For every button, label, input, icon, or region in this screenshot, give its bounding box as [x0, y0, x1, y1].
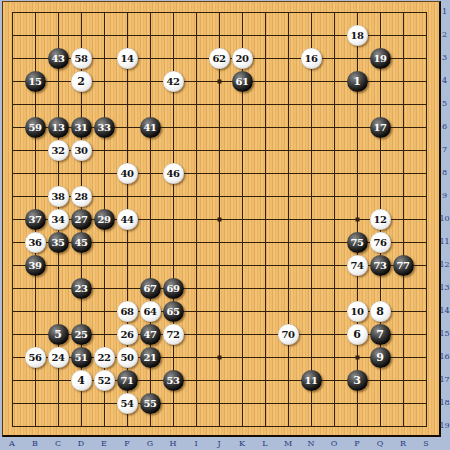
white-stone-22: 22	[94, 347, 115, 368]
column-label-R: R	[397, 438, 409, 450]
black-stone-11: 11	[301, 370, 322, 391]
white-stone-36: 36	[25, 232, 46, 253]
white-stone-54: 54	[117, 393, 138, 414]
row-label-8: 8	[439, 168, 450, 178]
black-stone-33: 33	[94, 117, 115, 138]
white-stone-10: 10	[347, 301, 368, 322]
column-label-H: H	[167, 438, 179, 450]
white-stone-8: 8	[370, 301, 391, 322]
white-stone-58: 58	[71, 48, 92, 69]
row-label-2: 2	[439, 30, 450, 40]
column-label-P: P	[351, 438, 363, 450]
column-label-A: A	[6, 438, 18, 450]
white-stone-68: 68	[117, 301, 138, 322]
row-label-16: 16	[439, 352, 450, 362]
white-stone-26: 26	[117, 324, 138, 345]
column-label-Q: Q	[374, 438, 386, 450]
white-stone-38: 38	[48, 186, 69, 207]
white-stone-24: 24	[48, 347, 69, 368]
black-stone-25: 25	[71, 324, 92, 345]
white-stone-20: 20	[232, 48, 253, 69]
black-stone-21: 21	[140, 347, 161, 368]
white-stone-70: 70	[278, 324, 299, 345]
column-label-M: M	[282, 438, 294, 450]
row-label-10: 10	[439, 214, 450, 224]
black-stone-15: 15	[25, 71, 46, 92]
black-stone-23: 23	[71, 278, 92, 299]
row-label-9: 9	[439, 191, 450, 201]
black-stone-73: 73	[370, 255, 391, 276]
white-stone-28: 28	[71, 186, 92, 207]
column-label-N: N	[305, 438, 317, 450]
row-label-12: 12	[439, 260, 450, 270]
white-stone-42: 42	[163, 71, 184, 92]
black-stone-75: 75	[347, 232, 368, 253]
column-label-D: D	[75, 438, 87, 450]
column-label-G: G	[144, 438, 156, 450]
row-label-5: 5	[439, 99, 450, 109]
column-label-C: C	[52, 438, 64, 450]
white-stone-18: 18	[347, 25, 368, 46]
black-stone-39: 39	[25, 255, 46, 276]
column-label-I: I	[190, 438, 202, 450]
white-stone-4: 4	[71, 370, 92, 391]
row-label-13: 13	[439, 283, 450, 293]
white-stone-76: 76	[370, 232, 391, 253]
black-stone-43: 43	[48, 48, 69, 69]
column-label-K: K	[236, 438, 248, 450]
black-stone-55: 55	[140, 393, 161, 414]
black-stone-67: 67	[140, 278, 161, 299]
row-label-14: 14	[439, 306, 450, 316]
black-stone-27: 27	[71, 209, 92, 230]
row-label-7: 7	[439, 145, 450, 155]
white-stone-64: 64	[140, 301, 161, 322]
row-label-19: 19	[439, 421, 450, 431]
black-stone-1: 1	[347, 71, 368, 92]
column-label-E: E	[98, 438, 110, 450]
black-stone-53: 53	[163, 370, 184, 391]
column-labels: ABCDEFGHIJKLMNOPQRS	[0, 438, 450, 450]
white-stone-74: 74	[347, 255, 368, 276]
black-stone-47: 47	[140, 324, 161, 345]
row-label-6: 6	[439, 122, 450, 132]
white-stone-34: 34	[48, 209, 69, 230]
column-label-B: B	[29, 438, 41, 450]
white-stone-16: 16	[301, 48, 322, 69]
black-stone-9: 9	[370, 347, 391, 368]
column-label-S: S	[420, 438, 432, 450]
row-label-18: 18	[439, 398, 450, 408]
black-stone-69: 69	[163, 278, 184, 299]
white-stone-46: 46	[163, 163, 184, 184]
row-label-3: 3	[439, 53, 450, 63]
row-label-17: 17	[439, 375, 450, 385]
black-stone-5: 5	[48, 324, 69, 345]
black-stone-45: 45	[71, 232, 92, 253]
column-label-J: J	[213, 438, 225, 450]
black-stone-77: 77	[393, 255, 414, 276]
white-stone-14: 14	[117, 48, 138, 69]
row-label-11: 11	[439, 237, 450, 247]
black-stone-41: 41	[140, 117, 161, 138]
black-stone-61: 61	[232, 71, 253, 92]
black-stone-29: 29	[94, 209, 115, 230]
row-labels: 12345678910111213141516171819	[439, 0, 450, 450]
black-stone-13: 13	[48, 117, 69, 138]
white-stone-44: 44	[117, 209, 138, 230]
row-label-15: 15	[439, 329, 450, 339]
black-stone-65: 65	[163, 301, 184, 322]
black-stone-19: 19	[370, 48, 391, 69]
white-stone-56: 56	[25, 347, 46, 368]
column-label-O: O	[328, 438, 340, 450]
black-stone-3: 3	[347, 370, 368, 391]
black-stone-7: 7	[370, 324, 391, 345]
white-stone-72: 72	[163, 324, 184, 345]
black-stone-37: 37	[25, 209, 46, 230]
white-stone-2: 2	[71, 71, 92, 92]
black-stone-17: 17	[370, 117, 391, 138]
row-label-4: 4	[439, 76, 450, 86]
white-stone-6: 6	[347, 324, 368, 345]
white-stone-52: 52	[94, 370, 115, 391]
stones-grid: 1234567891011121314151617181920212223242…	[1, 1, 438, 438]
black-stone-51: 51	[71, 347, 92, 368]
white-stone-32: 32	[48, 140, 69, 161]
go-board: 1234567891011121314151617181920212223242…	[2, 1, 441, 437]
white-stone-12: 12	[370, 209, 391, 230]
black-stone-31: 31	[71, 117, 92, 138]
white-stone-30: 30	[71, 140, 92, 161]
column-label-F: F	[121, 438, 133, 450]
kifu-viewer: 1234567891011121314151617181920212223242…	[0, 0, 450, 450]
black-stone-59: 59	[25, 117, 46, 138]
row-label-1: 1	[439, 7, 450, 17]
white-stone-40: 40	[117, 163, 138, 184]
column-label-L: L	[259, 438, 271, 450]
white-stone-62: 62	[209, 48, 230, 69]
black-stone-35: 35	[48, 232, 69, 253]
white-stone-50: 50	[117, 347, 138, 368]
black-stone-71: 71	[117, 370, 138, 391]
